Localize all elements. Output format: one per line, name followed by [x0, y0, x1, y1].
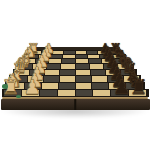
scene: ♜♞♝♛♚♝♞♜♟♟♟♟♟♟♟♟♟♟♟♟♟♟♟♟♜♞♝♛♚♝♞♜ [0, 0, 150, 150]
chess-set-photo: ♜♞♝♛♚♝♞♜♟♟♟♟♟♟♟♟♟♟♟♟♟♟♟♟♜♞♝♛♚♝♞♜ [0, 0, 150, 150]
pieces-layer: ♜♞♝♛♚♝♞♜♟♟♟♟♟♟♟♟♟♟♟♟♟♟♟♟♜♞♝♛♚♝♞♜ [0, 0, 150, 150]
piece-black-rook-a8: ♜ [130, 77, 148, 97]
green-felt-base [2, 84, 8, 89]
piece-black-pawn-a7: ♟ [113, 77, 131, 97]
green-felt-base [16, 95, 21, 99]
piece-white-pawn-a2: ♟ [23, 77, 41, 97]
